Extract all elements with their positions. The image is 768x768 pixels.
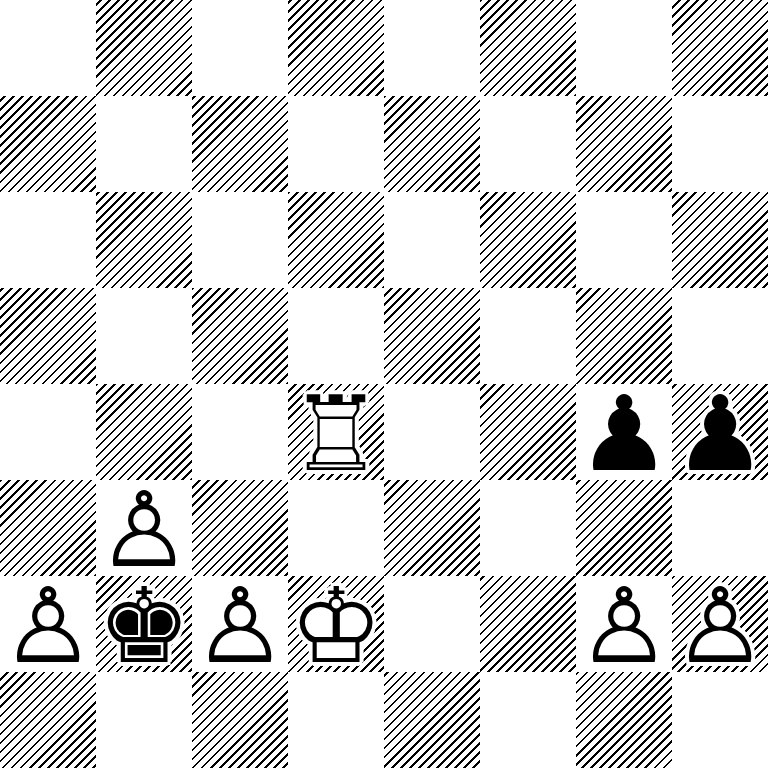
square-a7[interactable] [0, 96, 96, 192]
square-e1[interactable] [384, 672, 480, 768]
square-d8[interactable] [288, 0, 384, 96]
white-pawn-icon: ♙ [192, 578, 288, 674]
square-f1[interactable] [480, 672, 576, 768]
square-a4[interactable] [0, 384, 96, 480]
square-e4[interactable] [384, 384, 480, 480]
white-rook-piece[interactable]: ♜♖ [288, 384, 384, 480]
chess-board-wrapper: ♜♖♟♟♟♟♟♙♟♙♚♚♟♙♚♔♟♙♟♙ [0, 0, 768, 768]
white-king-icon: ♔ [288, 578, 384, 674]
square-c1[interactable] [192, 672, 288, 768]
square-c2[interactable]: ♟♙ [192, 576, 288, 672]
square-d6[interactable] [288, 192, 384, 288]
square-f7[interactable] [480, 96, 576, 192]
square-a2[interactable]: ♟♙ [0, 576, 96, 672]
square-g6[interactable] [576, 192, 672, 288]
square-a3[interactable] [0, 480, 96, 576]
white-pawn-icon: ♙ [0, 578, 96, 674]
square-b2[interactable]: ♚♚ [96, 576, 192, 672]
square-e7[interactable] [384, 96, 480, 192]
square-d7[interactable] [288, 96, 384, 192]
white-pawn-icon: ♙ [96, 482, 192, 578]
square-e6[interactable] [384, 192, 480, 288]
white-pawn-piece[interactable]: ♟♙ [192, 576, 288, 672]
square-a1[interactable] [0, 672, 96, 768]
square-h2[interactable]: ♟♙ [672, 576, 768, 672]
square-g8[interactable] [576, 0, 672, 96]
square-g3[interactable] [576, 480, 672, 576]
square-h6[interactable] [672, 192, 768, 288]
square-g2[interactable]: ♟♙ [576, 576, 672, 672]
white-pawn-piece[interactable]: ♟♙ [576, 576, 672, 672]
square-a8[interactable] [0, 0, 96, 96]
black-king-piece[interactable]: ♚♚ [96, 576, 192, 672]
square-d2[interactable]: ♚♔ [288, 576, 384, 672]
square-f4[interactable] [480, 384, 576, 480]
black-king-icon: ♚ [96, 578, 192, 674]
white-pawn-piece[interactable]: ♟♙ [0, 576, 96, 672]
square-e3[interactable] [384, 480, 480, 576]
square-b8[interactable] [96, 0, 192, 96]
black-pawn-icon: ♟ [576, 386, 672, 482]
square-g1[interactable] [576, 672, 672, 768]
white-pawn-piece[interactable]: ♟♙ [96, 480, 192, 576]
white-pawn-icon: ♙ [672, 578, 768, 674]
square-d3[interactable] [288, 480, 384, 576]
square-h4[interactable]: ♟♟ [672, 384, 768, 480]
square-a5[interactable] [0, 288, 96, 384]
square-a6[interactable] [0, 192, 96, 288]
square-f5[interactable] [480, 288, 576, 384]
chess-board: ♜♖♟♟♟♟♟♙♟♙♚♚♟♙♚♔♟♙♟♙ [0, 0, 768, 768]
square-f2[interactable] [480, 576, 576, 672]
square-c7[interactable] [192, 96, 288, 192]
square-h8[interactable] [672, 0, 768, 96]
square-c5[interactable] [192, 288, 288, 384]
square-b6[interactable] [96, 192, 192, 288]
square-h3[interactable] [672, 480, 768, 576]
white-rook-icon: ♖ [288, 386, 384, 482]
square-e5[interactable] [384, 288, 480, 384]
square-e2[interactable] [384, 576, 480, 672]
white-pawn-piece[interactable]: ♟♙ [672, 576, 768, 672]
square-h1[interactable] [672, 672, 768, 768]
square-d5[interactable] [288, 288, 384, 384]
black-pawn-piece[interactable]: ♟♟ [576, 384, 672, 480]
square-h5[interactable] [672, 288, 768, 384]
square-c6[interactable] [192, 192, 288, 288]
square-b4[interactable] [96, 384, 192, 480]
square-d1[interactable] [288, 672, 384, 768]
square-d4[interactable]: ♜♖ [288, 384, 384, 480]
square-c3[interactable] [192, 480, 288, 576]
square-g7[interactable] [576, 96, 672, 192]
square-c8[interactable] [192, 0, 288, 96]
square-h7[interactable] [672, 96, 768, 192]
black-pawn-icon: ♟ [672, 386, 768, 482]
square-g4[interactable]: ♟♟ [576, 384, 672, 480]
square-f6[interactable] [480, 192, 576, 288]
square-b1[interactable] [96, 672, 192, 768]
white-king-piece[interactable]: ♚♔ [288, 576, 384, 672]
square-e8[interactable] [384, 0, 480, 96]
square-b5[interactable] [96, 288, 192, 384]
square-g5[interactable] [576, 288, 672, 384]
white-pawn-icon: ♙ [576, 578, 672, 674]
square-f8[interactable] [480, 0, 576, 96]
black-pawn-piece[interactable]: ♟♟ [672, 384, 768, 480]
square-c4[interactable] [192, 384, 288, 480]
square-b7[interactable] [96, 96, 192, 192]
square-b3[interactable]: ♟♙ [96, 480, 192, 576]
square-f3[interactable] [480, 480, 576, 576]
